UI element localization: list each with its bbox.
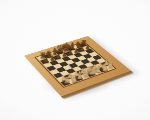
product-photo-scene: ♜♞♝♛♚♝♞♜♟♟♟♟♟♟♟♟♟♟♟♟♟♟♟♟♜♞♝♛♚♝♞♜ bbox=[0, 0, 150, 120]
square-f5 bbox=[77, 56, 86, 61]
board-grid: ♜♞♝♛♚♝♞♜♟♟♟♟♟♟♟♟♟♟♟♟♟♟♟♟♜♞♝♛♚♝♞♜ bbox=[37, 43, 114, 86]
piece-white-rook: ♜ bbox=[103, 62, 118, 70]
